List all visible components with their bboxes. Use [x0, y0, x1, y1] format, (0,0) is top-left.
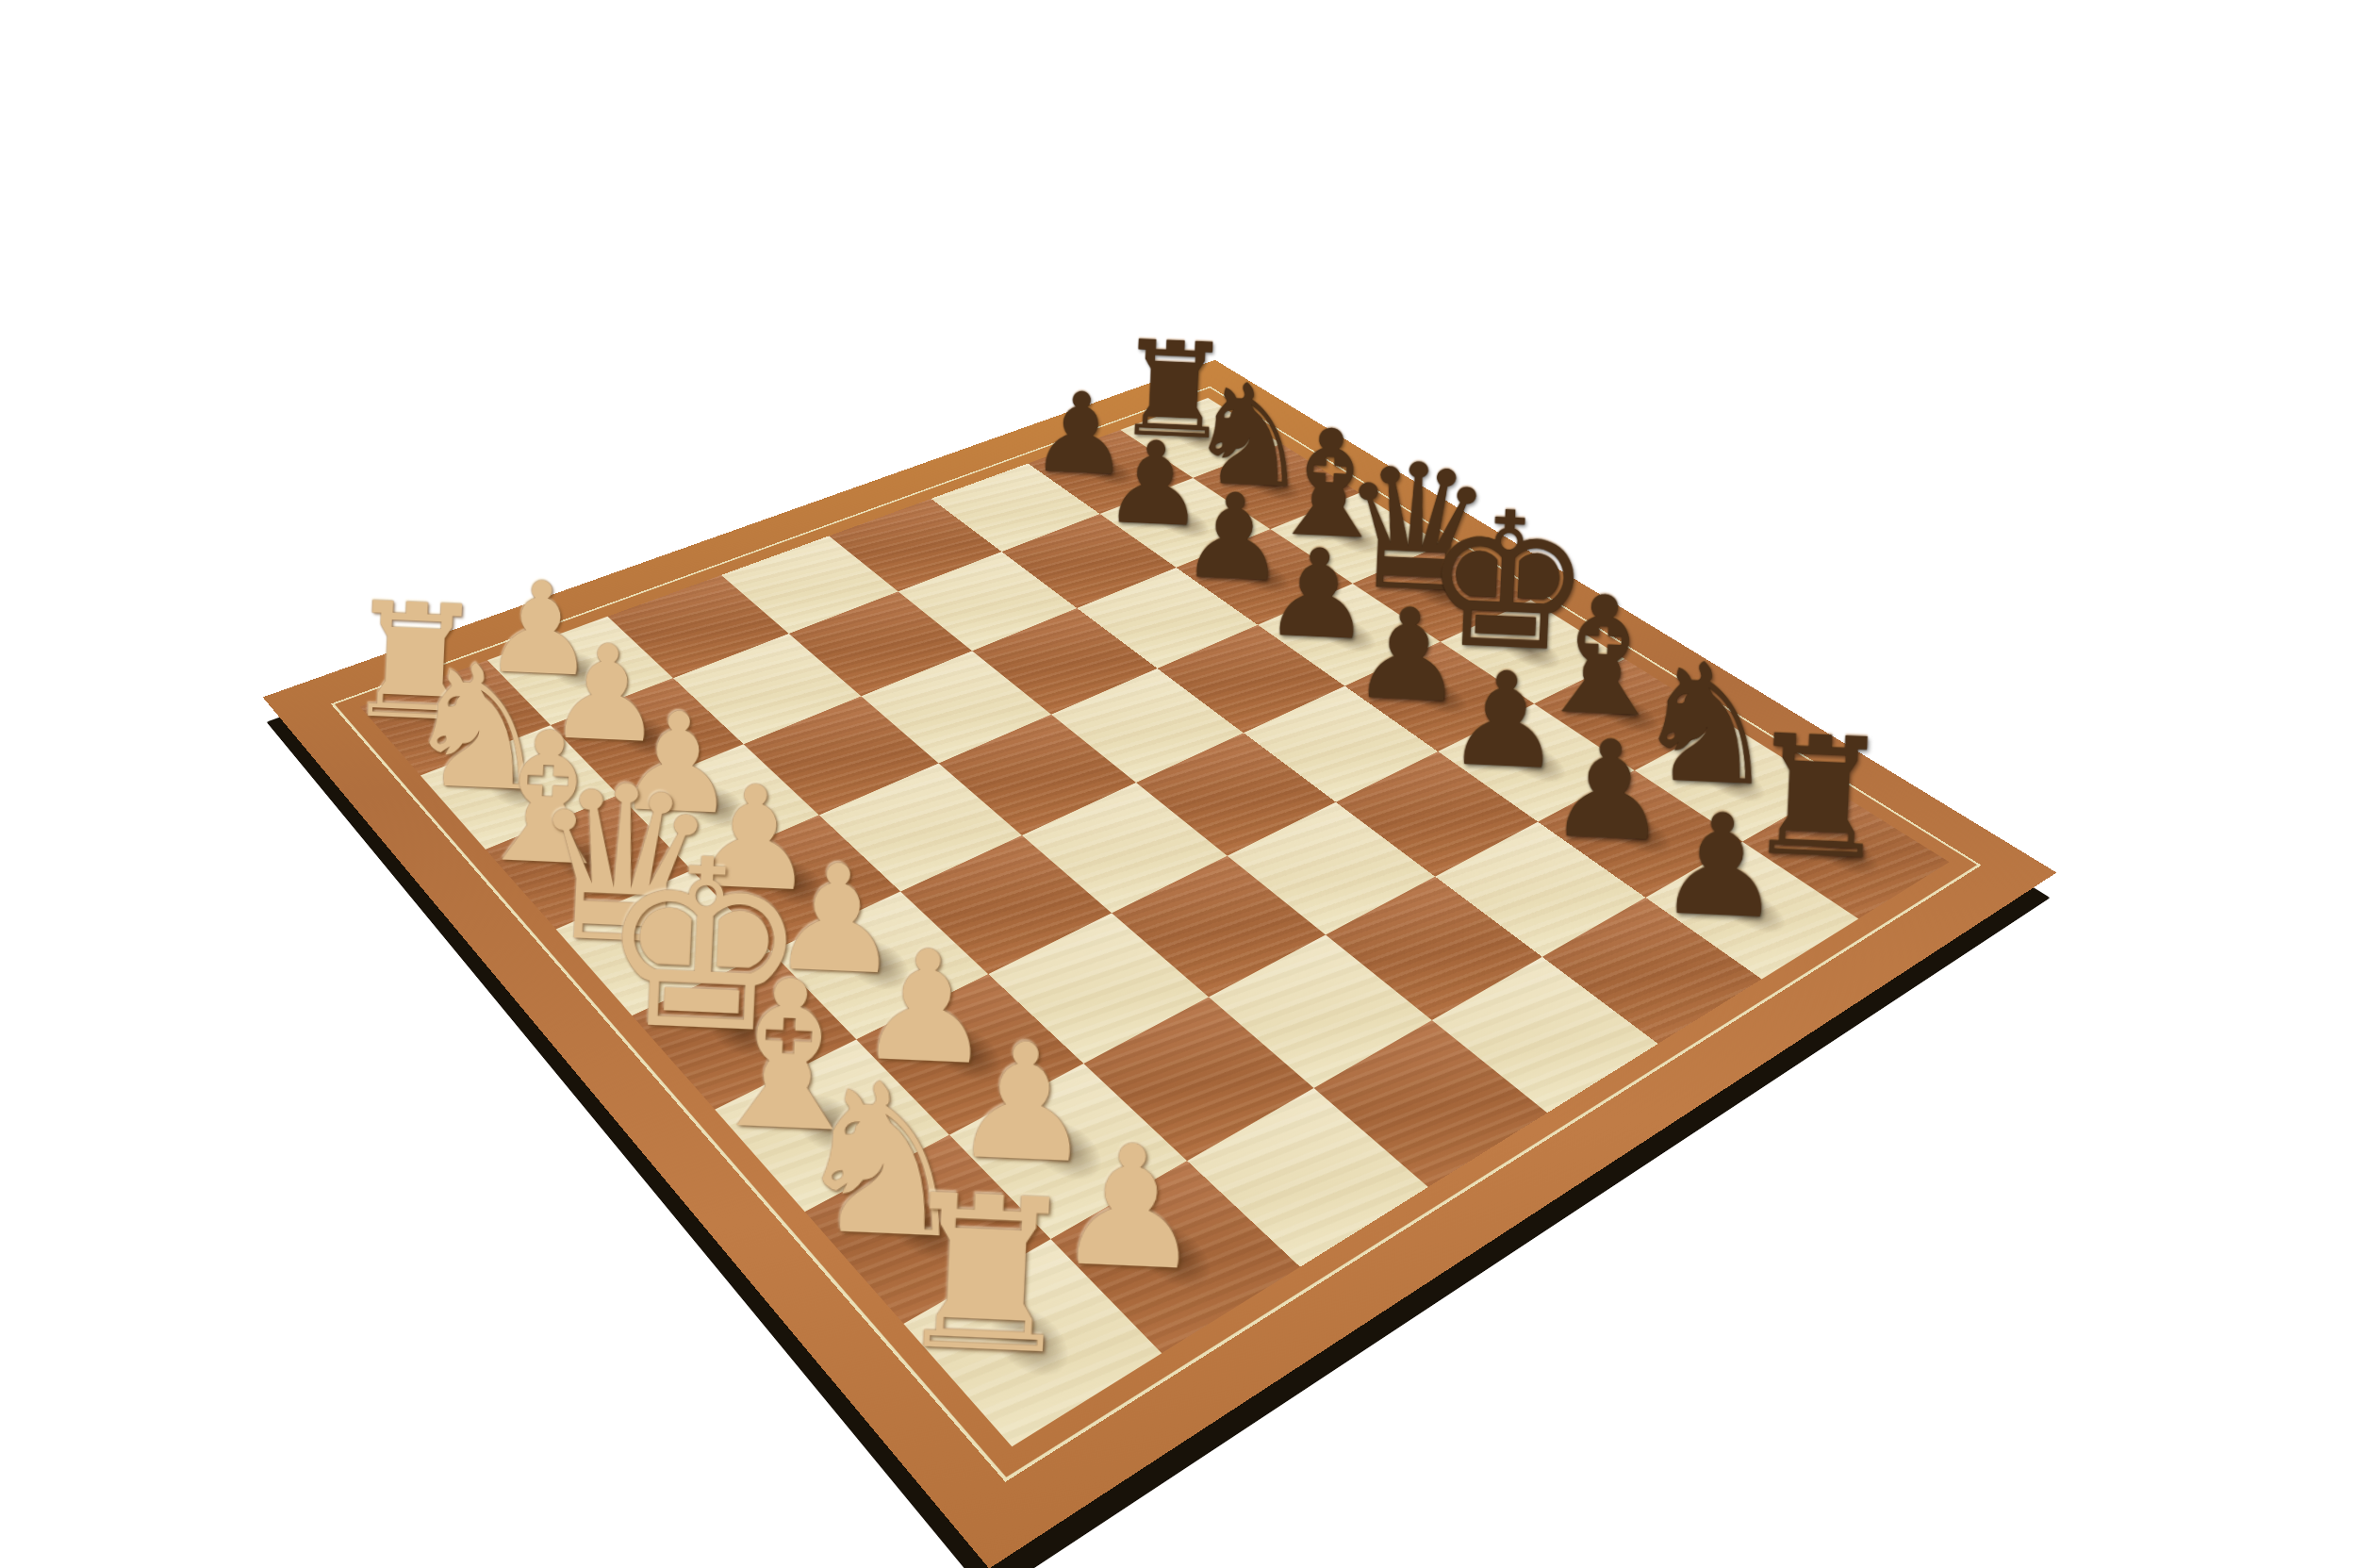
- photo-scene: ♜♞♝♛♚♝♞♜♟♟♟♟♟♟♟♟♟♟♟♟♟♟♟♟♜♞♝♛♚♝♞♜: [0, 0, 2357, 1568]
- piece-black-pawn[interactable]: ♟: [1655, 794, 1787, 940]
- board-grid: ♜♞♝♛♚♝♞♜♟♟♟♟♟♟♟♟♟♟♟♟♟♟♟♟♜♞♝♛♚♝♞♜: [360, 398, 1950, 1446]
- frame-inlay-line: ♜♞♝♛♚♝♞♜♟♟♟♟♟♟♟♟♟♟♟♟♟♟♟♟♜♞♝♛♚♝♞♜: [331, 387, 1982, 1482]
- piece-black-pawn[interactable]: ♟: [1443, 653, 1566, 789]
- piece-white-rook[interactable]: ♜: [887, 1165, 1086, 1385]
- piece-black-pawn[interactable]: ♟: [1545, 720, 1673, 861]
- board-frame: ♜♞♝♛♚♝♞♜♟♟♟♟♟♟♟♟♟♟♟♟♟♟♟♟♜♞♝♛♚♝♞♜: [263, 360, 2057, 1568]
- chess-board: ♜♞♝♛♚♝♞♜♟♟♟♟♟♟♟♟♟♟♟♟♟♟♟♟♜♞♝♛♚♝♞♜: [263, 360, 2057, 1568]
